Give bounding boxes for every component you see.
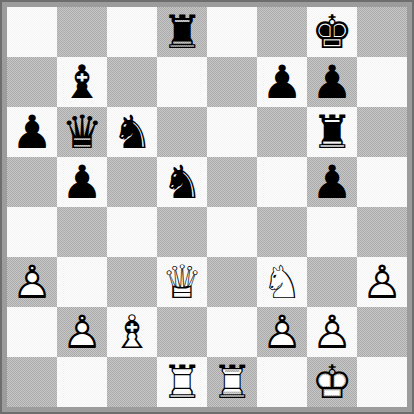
square-b4[interactable]	[57, 207, 107, 257]
square-f2[interactable]: ♟♙	[257, 307, 307, 357]
square-h4[interactable]	[357, 207, 407, 257]
white-pawn-fill: ♟	[57, 307, 107, 357]
square-f6[interactable]	[257, 107, 307, 157]
square-a1[interactable]	[7, 357, 57, 407]
square-d8[interactable]: ♜	[157, 7, 207, 57]
white-pawn-piece: ♙	[7, 257, 57, 307]
black-knight-piece: ♞	[107, 107, 157, 157]
square-g2[interactable]: ♟♙	[307, 307, 357, 357]
square-h5[interactable]	[357, 157, 407, 207]
white-rook-piece: ♖	[207, 357, 257, 407]
square-f1[interactable]	[257, 357, 307, 407]
square-a6[interactable]: ♟	[7, 107, 57, 157]
square-a8[interactable]	[7, 7, 57, 57]
white-pawn-piece: ♙	[307, 307, 357, 357]
square-c6[interactable]: ♞	[107, 107, 157, 157]
square-c7[interactable]	[107, 57, 157, 107]
square-g1[interactable]: ♚♔	[307, 357, 357, 407]
square-c2[interactable]: ♝♗	[107, 307, 157, 357]
square-g6[interactable]: ♜	[307, 107, 357, 157]
white-queen-fill: ♛	[157, 257, 207, 307]
black-queen-piece: ♛	[57, 107, 107, 157]
black-pawn-piece: ♟	[7, 107, 57, 157]
white-king-fill: ♚	[307, 357, 357, 407]
white-rook-fill: ♜	[157, 357, 207, 407]
square-d1[interactable]: ♜♖	[157, 357, 207, 407]
square-c3[interactable]	[107, 257, 157, 307]
white-pawn-piece: ♙	[57, 307, 107, 357]
square-f3[interactable]: ♞♘	[257, 257, 307, 307]
square-h2[interactable]	[357, 307, 407, 357]
square-f7[interactable]: ♟	[257, 57, 307, 107]
square-b3[interactable]	[57, 257, 107, 307]
square-h8[interactable]	[357, 7, 407, 57]
white-knight-piece: ♘	[257, 257, 307, 307]
square-e8[interactable]	[207, 7, 257, 57]
chess-board: ♜♚♝♟♟♟♛♞♜♟♞♟♟♙♛♕♞♘♟♙♟♙♝♗♟♙♟♙♜♖♜♖♚♔	[7, 7, 407, 407]
white-pawn-piece: ♙	[357, 257, 407, 307]
square-c5[interactable]	[107, 157, 157, 207]
square-b8[interactable]	[57, 7, 107, 57]
square-e6[interactable]	[207, 107, 257, 157]
square-e7[interactable]	[207, 57, 257, 107]
white-queen-piece: ♕	[157, 257, 207, 307]
square-b7[interactable]: ♝	[57, 57, 107, 107]
square-d2[interactable]	[157, 307, 207, 357]
square-d4[interactable]	[157, 207, 207, 257]
square-d5[interactable]: ♞	[157, 157, 207, 207]
white-bishop-piece: ♗	[107, 307, 157, 357]
square-f5[interactable]	[257, 157, 307, 207]
square-g3[interactable]	[307, 257, 357, 307]
black-pawn-piece: ♟	[307, 57, 357, 107]
square-d7[interactable]	[157, 57, 207, 107]
white-king-piece: ♔	[307, 357, 357, 407]
white-pawn-fill: ♟	[257, 307, 307, 357]
square-h1[interactable]	[357, 357, 407, 407]
square-g5[interactable]: ♟	[307, 157, 357, 207]
white-pawn-piece: ♙	[257, 307, 307, 357]
square-b5[interactable]: ♟	[57, 157, 107, 207]
black-pawn-piece: ♟	[257, 57, 307, 107]
square-h6[interactable]	[357, 107, 407, 157]
white-rook-fill: ♜	[207, 357, 257, 407]
white-bishop-fill: ♝	[107, 307, 157, 357]
black-pawn-piece: ♟	[57, 157, 107, 207]
board-frame: ♜♚♝♟♟♟♛♞♜♟♞♟♟♙♛♕♞♘♟♙♟♙♝♗♟♙♟♙♜♖♜♖♚♔	[0, 0, 414, 414]
black-king-piece: ♚	[307, 7, 357, 57]
square-e3[interactable]	[207, 257, 257, 307]
square-f4[interactable]	[257, 207, 307, 257]
square-e4[interactable]	[207, 207, 257, 257]
square-b1[interactable]	[57, 357, 107, 407]
black-bishop-piece: ♝	[57, 57, 107, 107]
white-pawn-fill: ♟	[357, 257, 407, 307]
black-pawn-piece: ♟	[307, 157, 357, 207]
white-knight-fill: ♞	[257, 257, 307, 307]
square-h7[interactable]	[357, 57, 407, 107]
square-f8[interactable]	[257, 7, 307, 57]
square-e2[interactable]	[207, 307, 257, 357]
square-c8[interactable]	[107, 7, 157, 57]
white-rook-piece: ♖	[157, 357, 207, 407]
square-b6[interactable]: ♛	[57, 107, 107, 157]
square-a4[interactable]	[7, 207, 57, 257]
square-c4[interactable]	[107, 207, 157, 257]
white-pawn-fill: ♟	[307, 307, 357, 357]
square-g4[interactable]	[307, 207, 357, 257]
white-pawn-fill: ♟	[7, 257, 57, 307]
square-e5[interactable]	[207, 157, 257, 207]
square-a5[interactable]	[7, 157, 57, 207]
square-g8[interactable]: ♚	[307, 7, 357, 57]
square-a2[interactable]	[7, 307, 57, 357]
square-b2[interactable]: ♟♙	[57, 307, 107, 357]
black-knight-piece: ♞	[157, 157, 207, 207]
square-a7[interactable]	[7, 57, 57, 107]
square-d3[interactable]: ♛♕	[157, 257, 207, 307]
square-d6[interactable]	[157, 107, 207, 157]
square-g7[interactable]: ♟	[307, 57, 357, 107]
black-rook-piece: ♜	[307, 107, 357, 157]
square-c1[interactable]	[107, 357, 157, 407]
square-h3[interactable]: ♟♙	[357, 257, 407, 307]
square-a3[interactable]: ♟♙	[7, 257, 57, 307]
black-rook-piece: ♜	[157, 7, 207, 57]
square-e1[interactable]: ♜♖	[207, 357, 257, 407]
